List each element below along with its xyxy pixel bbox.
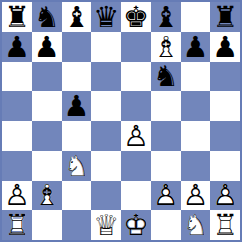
square-g8[interactable] <box>181 2 211 32</box>
square-c1[interactable] <box>62 210 92 240</box>
square-a8[interactable]: ♜ <box>2 2 32 32</box>
square-c2[interactable] <box>62 181 92 211</box>
square-h5[interactable] <box>210 91 240 121</box>
square-d7[interactable] <box>91 32 121 62</box>
black-rook[interactable]: ♜ <box>210 2 240 32</box>
piece-glyph: ♟ <box>62 92 92 121</box>
square-e5[interactable] <box>121 91 151 121</box>
piece-fill: ♟ <box>121 121 151 150</box>
piece-glyph: ♜ <box>210 2 240 31</box>
square-g5[interactable] <box>181 91 211 121</box>
white-bishop[interactable]: ♝♗ <box>151 32 181 62</box>
white-queen[interactable]: ♛♕ <box>91 210 121 240</box>
square-b2[interactable]: ♝♗ <box>32 181 62 211</box>
piece-fill: ♝ <box>151 32 181 61</box>
square-g3[interactable] <box>181 151 211 181</box>
white-pawn[interactable]: ♟♙ <box>2 181 32 211</box>
square-a7[interactable]: ♟ <box>2 32 32 62</box>
white-rook[interactable]: ♜♖ <box>210 210 240 240</box>
chess-board: ♜♞♝♛♚♝♜♟♟♝♗♟♟♞♟♟♙♞♘♟♙♝♗♟♙♟♙♟♙♜♖♛♕♚♔♞♘♜♖ <box>0 0 242 242</box>
piece-glyph: ♞ <box>151 62 181 91</box>
square-c6[interactable] <box>62 62 92 92</box>
square-f8[interactable]: ♝ <box>151 2 181 32</box>
square-e6[interactable] <box>121 62 151 92</box>
square-a4[interactable] <box>2 121 32 151</box>
square-h7[interactable]: ♟ <box>210 32 240 62</box>
square-b6[interactable] <box>32 62 62 92</box>
piece-outline: ♘ <box>181 211 211 240</box>
square-a5[interactable] <box>2 91 32 121</box>
piece-glyph: ♟ <box>32 32 62 61</box>
piece-outline: ♔ <box>121 211 151 240</box>
black-king[interactable]: ♚ <box>121 2 151 32</box>
piece-outline: ♗ <box>151 32 181 61</box>
square-f2[interactable]: ♟♙ <box>151 181 181 211</box>
white-king[interactable]: ♚♔ <box>121 210 151 240</box>
square-e2[interactable] <box>121 181 151 211</box>
square-d8[interactable]: ♛ <box>91 2 121 32</box>
black-knight[interactable]: ♞ <box>32 2 62 32</box>
square-f5[interactable] <box>151 91 181 121</box>
white-pawn[interactable]: ♟♙ <box>151 181 181 211</box>
piece-glyph: ♞ <box>32 2 62 31</box>
piece-outline: ♕ <box>91 211 121 240</box>
square-c8[interactable]: ♝ <box>62 2 92 32</box>
piece-outline: ♙ <box>151 181 181 210</box>
square-b7[interactable]: ♟ <box>32 32 62 62</box>
piece-outline: ♙ <box>121 121 151 150</box>
piece-glyph: ♟ <box>181 32 211 61</box>
square-h2[interactable]: ♟♙ <box>210 181 240 211</box>
black-pawn[interactable]: ♟ <box>181 32 211 62</box>
square-b3[interactable] <box>32 151 62 181</box>
black-rook[interactable]: ♜ <box>2 2 32 32</box>
square-d3[interactable] <box>91 151 121 181</box>
square-a6[interactable] <box>2 62 32 92</box>
square-e3[interactable] <box>121 151 151 181</box>
black-queen[interactable]: ♛ <box>91 2 121 32</box>
square-f1[interactable] <box>151 210 181 240</box>
piece-outline: ♙ <box>181 181 211 210</box>
piece-glyph: ♝ <box>151 2 181 31</box>
piece-outline: ♘ <box>62 151 92 180</box>
square-d6[interactable] <box>91 62 121 92</box>
piece-outline: ♙ <box>2 181 32 210</box>
square-e1[interactable]: ♚♔ <box>121 210 151 240</box>
square-d2[interactable] <box>91 181 121 211</box>
square-h8[interactable]: ♜ <box>210 2 240 32</box>
square-g2[interactable]: ♟♙ <box>181 181 211 211</box>
white-pawn[interactable]: ♟♙ <box>121 121 151 151</box>
square-d4[interactable] <box>91 121 121 151</box>
piece-outline: ♗ <box>32 181 62 210</box>
piece-glyph: ♝ <box>62 2 92 31</box>
square-f6[interactable]: ♞ <box>151 62 181 92</box>
white-knight[interactable]: ♞♘ <box>62 151 92 181</box>
piece-glyph: ♟ <box>210 32 240 61</box>
square-h4[interactable] <box>210 121 240 151</box>
square-h1[interactable]: ♜♖ <box>210 210 240 240</box>
piece-glyph: ♟ <box>2 32 32 61</box>
black-knight[interactable]: ♞ <box>151 62 181 92</box>
square-h3[interactable] <box>210 151 240 181</box>
square-f7[interactable]: ♝♗ <box>151 32 181 62</box>
black-bishop[interactable]: ♝ <box>151 2 181 32</box>
square-e4[interactable]: ♟♙ <box>121 121 151 151</box>
square-c5[interactable]: ♟ <box>62 91 92 121</box>
square-g1[interactable]: ♞♘ <box>181 210 211 240</box>
piece-fill: ♚ <box>121 211 151 240</box>
piece-outline: ♖ <box>210 211 240 240</box>
piece-fill: ♝ <box>32 181 62 210</box>
white-bishop[interactable]: ♝♗ <box>32 181 62 211</box>
square-b4[interactable] <box>32 121 62 151</box>
square-g6[interactable] <box>181 62 211 92</box>
piece-fill: ♛ <box>91 211 121 240</box>
square-e7[interactable] <box>121 32 151 62</box>
square-a1[interactable]: ♜♖ <box>2 210 32 240</box>
black-bishop[interactable]: ♝ <box>62 2 92 32</box>
piece-fill: ♟ <box>151 181 181 210</box>
square-c7[interactable] <box>62 32 92 62</box>
square-b5[interactable] <box>32 91 62 121</box>
square-h6[interactable] <box>210 62 240 92</box>
black-pawn[interactable]: ♟ <box>2 32 32 62</box>
white-pawn[interactable]: ♟♙ <box>181 181 211 211</box>
square-d5[interactable] <box>91 91 121 121</box>
piece-glyph: ♚ <box>121 2 151 31</box>
square-f4[interactable] <box>151 121 181 151</box>
square-b1[interactable] <box>32 210 62 240</box>
piece-fill: ♜ <box>2 211 32 240</box>
white-rook[interactable]: ♜♖ <box>2 210 32 240</box>
square-c3[interactable]: ♞♘ <box>62 151 92 181</box>
piece-fill: ♜ <box>210 211 240 240</box>
square-a2[interactable]: ♟♙ <box>2 181 32 211</box>
piece-glyph: ♛ <box>91 2 121 31</box>
piece-glyph: ♜ <box>2 2 32 31</box>
black-pawn[interactable]: ♟ <box>210 32 240 62</box>
white-knight[interactable]: ♞♘ <box>181 210 211 240</box>
black-pawn[interactable]: ♟ <box>62 91 92 121</box>
piece-outline: ♙ <box>210 181 240 210</box>
square-e8[interactable]: ♚ <box>121 2 151 32</box>
piece-fill: ♟ <box>181 181 211 210</box>
square-a3[interactable] <box>2 151 32 181</box>
piece-fill: ♟ <box>210 181 240 210</box>
square-c4[interactable] <box>62 121 92 151</box>
piece-fill: ♞ <box>62 151 92 180</box>
white-pawn[interactable]: ♟♙ <box>210 181 240 211</box>
piece-fill: ♟ <box>2 181 32 210</box>
square-b8[interactable]: ♞ <box>32 2 62 32</box>
piece-fill: ♞ <box>181 211 211 240</box>
piece-outline: ♖ <box>2 211 32 240</box>
square-g4[interactable] <box>181 121 211 151</box>
square-d1[interactable]: ♛♕ <box>91 210 121 240</box>
square-g7[interactable]: ♟ <box>181 32 211 62</box>
black-pawn[interactable]: ♟ <box>32 32 62 62</box>
square-f3[interactable] <box>151 151 181 181</box>
